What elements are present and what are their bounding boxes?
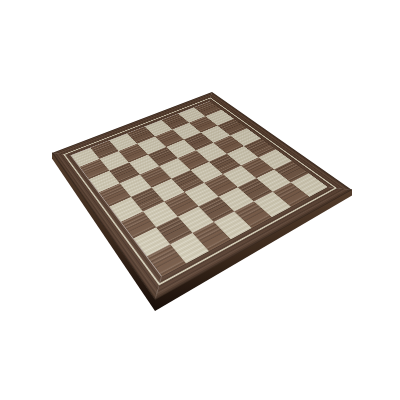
product-photo-background [0,0,400,400]
